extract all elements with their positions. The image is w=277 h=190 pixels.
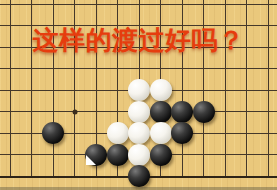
grid-line-vertical [10,0,11,177]
white-stone[interactable] [128,122,150,144]
black-stone[interactable] [171,101,193,123]
grid-line-horizontal [0,25,277,26]
black-stone[interactable] [107,144,129,166]
grid-line-vertical [53,0,54,177]
go-app-screenshot: 这样的渡过好吗？ [0,0,277,190]
black-stone[interactable] [193,101,215,123]
black-stone[interactable] [150,144,172,166]
black-stone[interactable] [171,122,193,144]
grid-line-vertical [225,0,226,177]
white-stone[interactable] [150,79,172,101]
white-stone[interactable] [128,101,150,123]
black-stone[interactable] [42,122,64,144]
white-stone[interactable] [128,144,150,166]
grid-line-vertical [246,0,247,177]
white-stone[interactable] [107,122,129,144]
grid-line-vertical [203,0,204,177]
black-stone[interactable] [150,101,172,123]
white-stone[interactable] [128,79,150,101]
go-board[interactable] [0,0,277,190]
star-point [72,109,77,114]
black-stone[interactable] [85,144,107,166]
grid-line-horizontal [0,4,277,5]
grid-line-vertical [31,0,32,177]
white-triangle-marker-icon [86,155,96,165]
grid-line-vertical [74,0,75,177]
grid-line-vertical [182,0,183,177]
grid-line-horizontal [0,68,277,69]
grid-line-vertical [268,0,269,177]
grid-line-horizontal [0,47,277,48]
white-stone[interactable] [150,122,172,144]
black-stone[interactable] [128,165,150,187]
